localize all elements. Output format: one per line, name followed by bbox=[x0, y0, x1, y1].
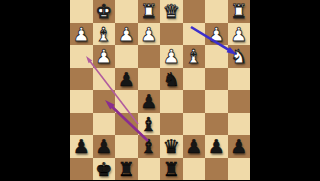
white-rook-piece: ♜ bbox=[230, 0, 247, 23]
square-h5[interactable] bbox=[70, 90, 93, 113]
black-pawn-piece: ♟ bbox=[208, 135, 225, 158]
square-d5[interactable] bbox=[160, 90, 183, 113]
white-pawn-piece: ♟ bbox=[95, 45, 112, 68]
white-pawn-piece: ♟ bbox=[73, 23, 90, 46]
square-d3[interactable]: ♟ bbox=[160, 45, 183, 68]
square-h3[interactable] bbox=[70, 45, 93, 68]
square-d2[interactable] bbox=[160, 23, 183, 46]
square-a2[interactable]: ♟ bbox=[228, 23, 251, 46]
black-rook-piece: ♜ bbox=[118, 158, 135, 181]
white-pawn-piece: ♟ bbox=[208, 23, 225, 46]
black-king-piece: ♚ bbox=[95, 158, 112, 181]
square-d6[interactable] bbox=[160, 113, 183, 136]
black-pawn-piece: ♟ bbox=[118, 68, 135, 91]
square-c3[interactable]: ♝ bbox=[183, 45, 206, 68]
square-b6[interactable] bbox=[205, 113, 228, 136]
black-rook-piece: ♜ bbox=[163, 158, 180, 181]
white-pawn-piece: ♟ bbox=[163, 45, 180, 68]
square-e4[interactable] bbox=[138, 68, 161, 91]
square-a3[interactable]: ♞ bbox=[228, 45, 251, 68]
black-knight-piece: ♞ bbox=[163, 68, 180, 91]
square-f1[interactable] bbox=[115, 0, 138, 23]
white-queen-piece: ♛ bbox=[163, 0, 180, 23]
square-h1[interactable] bbox=[70, 0, 93, 23]
square-e6[interactable]: ♝ bbox=[138, 113, 161, 136]
square-h7[interactable]: ♟ bbox=[70, 135, 93, 158]
square-g1[interactable]: ♚ bbox=[93, 0, 116, 23]
square-b3[interactable] bbox=[205, 45, 228, 68]
square-e7[interactable]: ♝ bbox=[138, 135, 161, 158]
square-f4[interactable]: ♟ bbox=[115, 68, 138, 91]
square-h4[interactable] bbox=[70, 68, 93, 91]
square-e3[interactable] bbox=[138, 45, 161, 68]
square-e1[interactable]: ♜ bbox=[138, 0, 161, 23]
square-g2[interactable]: ♝ bbox=[93, 23, 116, 46]
square-f7[interactable] bbox=[115, 135, 138, 158]
square-a1[interactable]: ♜ bbox=[228, 0, 251, 23]
black-pawn-piece: ♟ bbox=[73, 135, 90, 158]
square-b1[interactable] bbox=[205, 0, 228, 23]
square-a7[interactable]: ♟ bbox=[228, 135, 251, 158]
chess-board: ♚♜♛♜♟♝♟♟♟♟♟♟♝♞♟♞♟♝♟♟♝♛♟♟♟♚♜♜ bbox=[70, 0, 250, 180]
square-b2[interactable]: ♟ bbox=[205, 23, 228, 46]
square-c7[interactable]: ♟ bbox=[183, 135, 206, 158]
square-e2[interactable]: ♟ bbox=[138, 23, 161, 46]
square-g8[interactable]: ♚ bbox=[93, 158, 116, 181]
white-pawn-piece: ♟ bbox=[140, 23, 157, 46]
white-rook-piece: ♜ bbox=[140, 0, 157, 23]
square-e8[interactable] bbox=[138, 158, 161, 181]
square-g3[interactable]: ♟ bbox=[93, 45, 116, 68]
square-a5[interactable] bbox=[228, 90, 251, 113]
square-d1[interactable]: ♛ bbox=[160, 0, 183, 23]
square-h8[interactable] bbox=[70, 158, 93, 181]
square-a8[interactable] bbox=[228, 158, 251, 181]
square-g6[interactable] bbox=[93, 113, 116, 136]
black-queen-piece: ♛ bbox=[163, 135, 180, 158]
square-c5[interactable] bbox=[183, 90, 206, 113]
black-bishop-piece: ♝ bbox=[140, 135, 157, 158]
square-f2[interactable]: ♟ bbox=[115, 23, 138, 46]
square-c8[interactable] bbox=[183, 158, 206, 181]
square-b5[interactable] bbox=[205, 90, 228, 113]
square-g5[interactable] bbox=[93, 90, 116, 113]
square-b8[interactable] bbox=[205, 158, 228, 181]
square-c2[interactable] bbox=[183, 23, 206, 46]
black-pawn-piece: ♟ bbox=[185, 135, 202, 158]
square-c4[interactable] bbox=[183, 68, 206, 91]
white-pawn-piece: ♟ bbox=[230, 23, 247, 46]
square-c1[interactable] bbox=[183, 0, 206, 23]
square-f3[interactable] bbox=[115, 45, 138, 68]
square-b7[interactable]: ♟ bbox=[205, 135, 228, 158]
square-d8[interactable]: ♜ bbox=[160, 158, 183, 181]
square-e5[interactable]: ♟ bbox=[138, 90, 161, 113]
square-a6[interactable] bbox=[228, 113, 251, 136]
square-g4[interactable] bbox=[93, 68, 116, 91]
square-h2[interactable]: ♟ bbox=[70, 23, 93, 46]
square-c6[interactable] bbox=[183, 113, 206, 136]
square-f6[interactable] bbox=[115, 113, 138, 136]
white-bishop-piece: ♝ bbox=[95, 23, 112, 46]
black-pawn-piece: ♟ bbox=[140, 90, 157, 113]
black-bishop-piece: ♝ bbox=[140, 113, 157, 136]
square-g7[interactable]: ♟ bbox=[93, 135, 116, 158]
square-f8[interactable]: ♜ bbox=[115, 158, 138, 181]
square-b4[interactable] bbox=[205, 68, 228, 91]
white-pawn-piece: ♟ bbox=[118, 23, 135, 46]
square-h6[interactable] bbox=[70, 113, 93, 136]
black-pawn-piece: ♟ bbox=[95, 135, 112, 158]
square-f5[interactable] bbox=[115, 90, 138, 113]
square-a4[interactable] bbox=[228, 68, 251, 91]
white-knight-piece: ♞ bbox=[230, 45, 247, 68]
screenshot-stage: ♚♜♛♜♟♝♟♟♟♟♟♟♝♞♟♞♟♝♟♟♝♛♟♟♟♚♜♜ bbox=[0, 0, 320, 180]
white-king-piece: ♚ bbox=[95, 0, 112, 23]
square-d7[interactable]: ♛ bbox=[160, 135, 183, 158]
black-pawn-piece: ♟ bbox=[230, 135, 247, 158]
square-d4[interactable]: ♞ bbox=[160, 68, 183, 91]
white-bishop-piece: ♝ bbox=[185, 45, 202, 68]
